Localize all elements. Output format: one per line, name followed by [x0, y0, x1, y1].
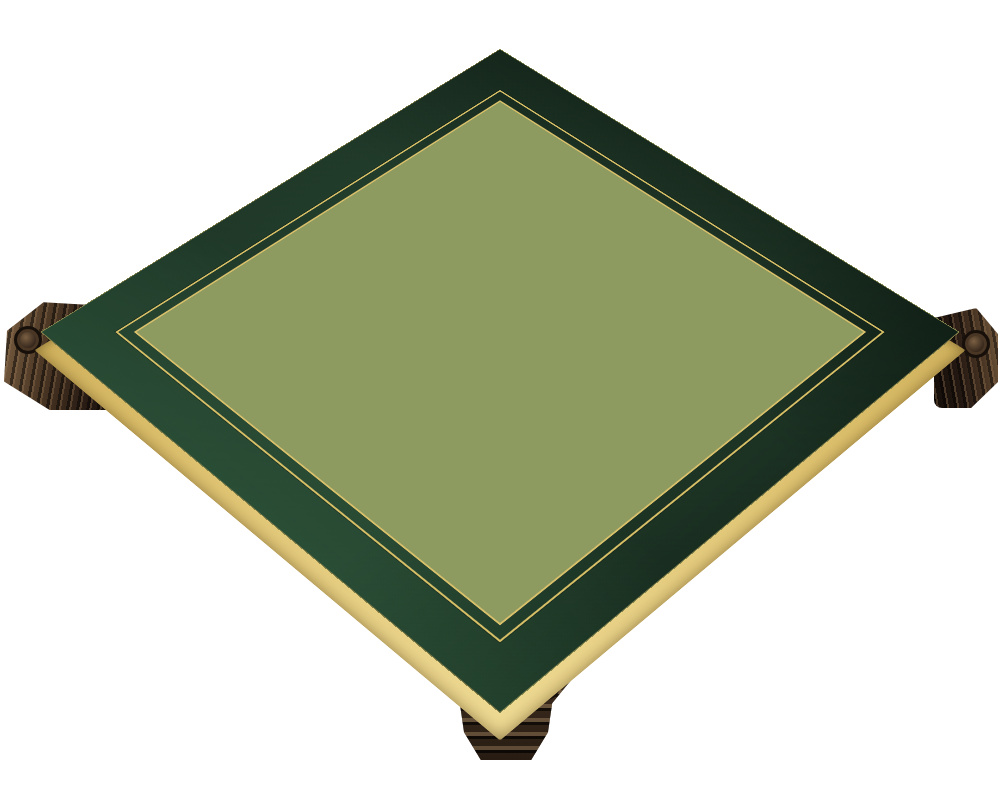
board-top-surface: [40, 49, 959, 714]
product-photo-stage: [0, 0, 1000, 800]
playing-field: [134, 100, 867, 625]
board-scene: [0, 0, 1000, 800]
chess-board: [40, 49, 959, 714]
